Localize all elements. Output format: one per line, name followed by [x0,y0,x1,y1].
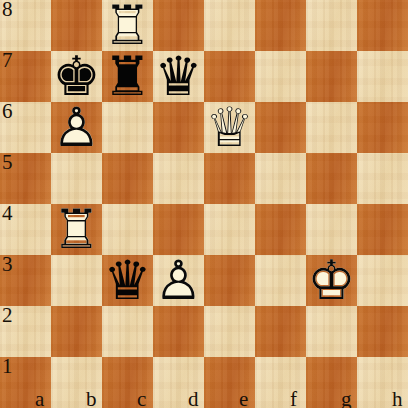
white-rook-outline-glyph: ♖ [102,0,153,51]
square-a8[interactable] [0,0,51,51]
square-a7[interactable] [0,51,51,102]
white-queen-outline-glyph: ♕ [204,102,255,153]
square-h8[interactable] [357,0,408,51]
white-king-outline-glyph: ♔ [306,255,357,306]
square-b2[interactable] [51,306,102,357]
square-d5[interactable] [153,153,204,204]
square-d4[interactable] [153,204,204,255]
square-f4[interactable] [255,204,306,255]
square-c1[interactable] [102,357,153,408]
square-a1[interactable] [0,357,51,408]
square-g1[interactable] [306,357,357,408]
square-d8[interactable] [153,0,204,51]
square-h3[interactable] [357,255,408,306]
white-rook-outline-glyph: ♖ [51,204,102,255]
black-rook[interactable]: ♜ [102,51,153,102]
square-e3[interactable] [204,255,255,306]
square-b8[interactable] [51,0,102,51]
chess-board: ♜♖♚♜♛♟♙♛♕♜♖♛♟♙♚♔87654321abcdefgh [0,0,408,408]
square-f6[interactable] [255,102,306,153]
square-e2[interactable] [204,306,255,357]
white-king[interactable]: ♚♔ [306,255,357,306]
square-h6[interactable] [357,102,408,153]
square-f7[interactable] [255,51,306,102]
square-a3[interactable] [0,255,51,306]
square-c3[interactable]: ♛ [102,255,153,306]
square-c7[interactable]: ♜ [102,51,153,102]
square-h2[interactable] [357,306,408,357]
square-e5[interactable] [204,153,255,204]
square-c6[interactable] [102,102,153,153]
square-d2[interactable] [153,306,204,357]
square-b7[interactable]: ♚ [51,51,102,102]
square-d3[interactable]: ♟♙ [153,255,204,306]
square-d1[interactable] [153,357,204,408]
square-f3[interactable] [255,255,306,306]
square-g6[interactable] [306,102,357,153]
square-e7[interactable] [204,51,255,102]
square-f5[interactable] [255,153,306,204]
square-h5[interactable] [357,153,408,204]
square-c5[interactable] [102,153,153,204]
square-e1[interactable] [204,357,255,408]
square-e8[interactable] [204,0,255,51]
square-d7[interactable]: ♛ [153,51,204,102]
white-pawn-outline-glyph: ♙ [153,255,204,306]
square-b1[interactable] [51,357,102,408]
square-h4[interactable] [357,204,408,255]
square-a5[interactable] [0,153,51,204]
black-queen[interactable]: ♛ [153,51,204,102]
white-pawn-outline-glyph: ♙ [51,102,102,153]
square-h7[interactable] [357,51,408,102]
square-g8[interactable] [306,0,357,51]
square-e4[interactable] [204,204,255,255]
square-a6[interactable] [0,102,51,153]
square-g5[interactable] [306,153,357,204]
square-g2[interactable] [306,306,357,357]
square-b5[interactable] [51,153,102,204]
white-rook[interactable]: ♜♖ [51,204,102,255]
square-h1[interactable] [357,357,408,408]
white-pawn[interactable]: ♟♙ [153,255,204,306]
square-b6[interactable]: ♟♙ [51,102,102,153]
square-a4[interactable] [0,204,51,255]
square-b4[interactable]: ♜♖ [51,204,102,255]
square-f2[interactable] [255,306,306,357]
chess-board-container: ♜♖♚♜♛♟♙♛♕♜♖♛♟♙♚♔87654321abcdefgh [0,0,408,408]
white-queen[interactable]: ♛♕ [204,102,255,153]
square-b3[interactable] [51,255,102,306]
square-g7[interactable] [306,51,357,102]
square-c2[interactable] [102,306,153,357]
square-d6[interactable] [153,102,204,153]
white-rook[interactable]: ♜♖ [102,0,153,51]
square-e6[interactable]: ♛♕ [204,102,255,153]
black-king[interactable]: ♚ [51,51,102,102]
square-f8[interactable] [255,0,306,51]
black-queen[interactable]: ♛ [102,255,153,306]
square-c4[interactable] [102,204,153,255]
square-g4[interactable] [306,204,357,255]
white-pawn[interactable]: ♟♙ [51,102,102,153]
square-g3[interactable]: ♚♔ [306,255,357,306]
square-a2[interactable] [0,306,51,357]
square-f1[interactable] [255,357,306,408]
square-c8[interactable]: ♜♖ [102,0,153,51]
